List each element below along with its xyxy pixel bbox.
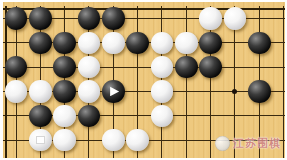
white-stone[interactable] xyxy=(175,32,198,55)
black-stone[interactable] xyxy=(126,32,149,55)
screenshot-frame: 江苏围棋 xyxy=(0,0,287,160)
watermark: 江苏围棋 xyxy=(215,136,281,151)
grid-line-vertical xyxy=(186,6,187,158)
black-stone[interactable] xyxy=(5,56,28,79)
white-stone[interactable] xyxy=(102,129,125,152)
black-stone[interactable] xyxy=(78,105,101,128)
white-stone[interactable] xyxy=(78,32,101,55)
watermark-logo-icon xyxy=(215,136,230,151)
black-stone[interactable] xyxy=(29,105,52,128)
black-stone[interactable] xyxy=(53,80,76,103)
white-stone[interactable] xyxy=(151,80,174,103)
board-edge-line-left xyxy=(5,6,7,158)
black-stone[interactable] xyxy=(29,7,52,30)
go-board[interactable] xyxy=(3,2,285,158)
white-stone[interactable] xyxy=(53,105,76,128)
star-point xyxy=(232,89,237,94)
black-stone[interactable] xyxy=(248,32,271,55)
white-stone[interactable] xyxy=(29,80,52,103)
white-stone[interactable] xyxy=(126,129,149,152)
black-stone[interactable] xyxy=(53,56,76,79)
watermark-text: 江苏围棋 xyxy=(233,136,281,151)
white-stone[interactable] xyxy=(151,56,174,79)
white-stone[interactable] xyxy=(5,80,28,103)
white-stone[interactable] xyxy=(78,80,101,103)
white-stone[interactable] xyxy=(78,56,101,79)
square-marker xyxy=(36,136,45,145)
black-stone[interactable] xyxy=(29,32,52,55)
black-stone[interactable] xyxy=(175,56,198,79)
black-stone[interactable] xyxy=(53,32,76,55)
white-stone[interactable] xyxy=(102,32,125,55)
black-stone[interactable] xyxy=(199,56,222,79)
white-stone[interactable] xyxy=(199,7,222,30)
black-stone[interactable] xyxy=(248,80,271,103)
black-stone[interactable] xyxy=(78,7,101,30)
white-stone[interactable] xyxy=(53,129,76,152)
black-stone[interactable] xyxy=(102,7,125,30)
white-stone[interactable] xyxy=(151,105,174,128)
white-stone[interactable] xyxy=(224,7,247,30)
black-stone[interactable] xyxy=(5,7,28,30)
grid-line-vertical xyxy=(283,6,284,158)
grid-line-horizontal xyxy=(3,67,285,68)
white-stone[interactable] xyxy=(151,32,174,55)
black-stone[interactable] xyxy=(199,32,222,55)
